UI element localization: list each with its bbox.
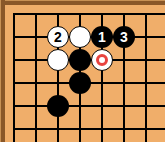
black-stone: 3 xyxy=(113,26,135,48)
stone-move-number: 2 xyxy=(54,30,62,44)
stone-move-number: 3 xyxy=(120,30,128,44)
board-edge-top xyxy=(0,0,165,5)
white-stone xyxy=(91,49,113,71)
stone-move-number: 1 xyxy=(98,30,106,44)
board-edge-left xyxy=(0,0,5,142)
grid-line-vertical xyxy=(13,13,15,142)
go-diagram: 213 xyxy=(0,0,165,142)
grid-line-vertical xyxy=(145,13,147,142)
white-stone xyxy=(69,26,91,48)
white-stone: 2 xyxy=(47,26,69,48)
white-stone xyxy=(47,49,69,71)
black-stone: 1 xyxy=(91,26,113,48)
black-stone xyxy=(47,95,69,117)
black-stone xyxy=(69,49,91,71)
grid-line-horizontal xyxy=(13,13,165,15)
grid-line-vertical xyxy=(35,13,37,142)
circle-marker xyxy=(96,54,108,66)
grid-line-horizontal xyxy=(13,128,165,130)
black-stone xyxy=(69,72,91,94)
grid-line-horizontal xyxy=(13,105,165,107)
